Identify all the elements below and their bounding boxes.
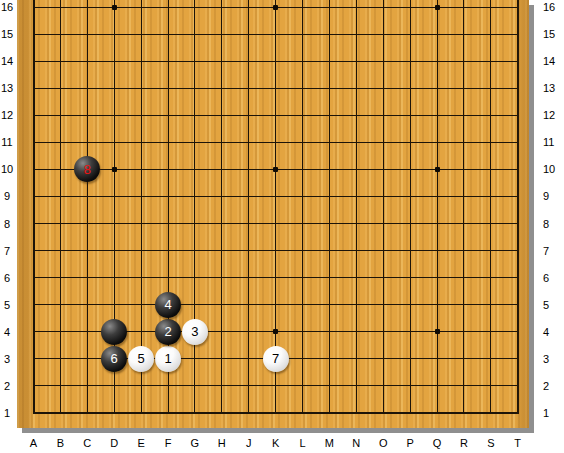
column-label-D: D <box>101 437 127 449</box>
move-5-stone-E3[interactable]: 5 <box>128 346 154 372</box>
column-label-P: P <box>397 437 423 449</box>
row-label-right-6: 6 <box>543 272 564 284</box>
column-label-K: K <box>263 437 289 449</box>
grid-line-vertical-R <box>463 0 464 414</box>
move-7-stone-K3[interactable]: 7 <box>263 346 289 372</box>
grid-line-horizontal-6 <box>33 277 519 278</box>
column-label-T: T <box>505 437 531 449</box>
column-label-J: J <box>236 437 262 449</box>
stone-number: 6 <box>111 352 118 365</box>
grid-line-vertical-Q <box>437 0 438 414</box>
column-label-L: L <box>290 437 316 449</box>
grid-line-horizontal-12 <box>33 115 519 116</box>
row-label-right-11: 11 <box>543 136 564 148</box>
move-4-stone-F5[interactable]: 4 <box>155 292 181 318</box>
grid-line-horizontal-14 <box>33 61 519 62</box>
row-label-right-5: 5 <box>543 299 564 311</box>
grid-line-horizontal-9 <box>33 196 519 197</box>
grid-line-horizontal-15 <box>33 34 519 35</box>
row-label-right-15: 15 <box>543 28 564 40</box>
row-label-right-3: 3 <box>543 353 564 365</box>
row-label-left-7: 7 <box>0 245 14 257</box>
grid-line-vertical-G <box>194 0 195 414</box>
row-label-right-16: 16 <box>543 1 564 13</box>
stone-number: 7 <box>272 352 279 365</box>
row-label-left-13: 13 <box>0 82 14 94</box>
grid-line-vertical-J <box>248 0 249 414</box>
row-label-left-3: 3 <box>0 353 14 365</box>
row-label-right-10: 10 <box>543 163 564 175</box>
grid-line-vertical-M <box>329 0 330 414</box>
column-label-S: S <box>478 437 504 449</box>
move-1-stone-F3[interactable]: 1 <box>155 346 181 372</box>
grid-line-horizontal-11 <box>33 142 519 143</box>
star-point-D16 <box>112 5 117 10</box>
grid-line-vertical-B <box>60 0 61 414</box>
grid-line-horizontal-5 <box>33 304 519 305</box>
star-point-K4 <box>273 329 278 334</box>
setup-stone-D4[interactable] <box>101 319 127 345</box>
go-board-screen: 12345678 1616151514141313121211111010998… <box>0 0 564 453</box>
move-3-stone-G4[interactable]: 3 <box>182 319 208 345</box>
row-label-right-8: 8 <box>543 218 564 230</box>
star-point-Q10 <box>435 167 440 172</box>
grid-line-horizontal-13 <box>33 88 519 89</box>
column-label-Q: Q <box>424 437 450 449</box>
star-point-K16 <box>273 5 278 10</box>
row-label-left-14: 14 <box>0 55 14 67</box>
row-label-left-12: 12 <box>0 109 14 121</box>
row-label-right-14: 14 <box>543 55 564 67</box>
column-label-F: F <box>155 437 181 449</box>
row-label-left-1: 1 <box>0 407 14 419</box>
row-label-left-8: 8 <box>0 218 14 230</box>
grid-line-vertical-S <box>490 0 491 414</box>
row-label-right-1: 1 <box>543 407 564 419</box>
row-label-left-9: 9 <box>0 190 14 202</box>
column-label-R: R <box>451 437 477 449</box>
grid-line-vertical-C <box>87 0 88 414</box>
row-label-left-5: 5 <box>0 299 14 311</box>
column-label-C: C <box>74 437 100 449</box>
row-label-right-2: 2 <box>543 380 564 392</box>
grid-line-vertical-O <box>383 0 384 414</box>
grid-line-horizontal-2 <box>33 385 519 386</box>
stone-number: 5 <box>137 352 144 365</box>
star-point-Q4 <box>435 329 440 334</box>
row-label-left-15: 15 <box>0 28 14 40</box>
row-label-left-10: 10 <box>0 163 14 175</box>
column-label-B: B <box>47 437 73 449</box>
grid-line-vertical-N <box>356 0 357 414</box>
row-label-left-2: 2 <box>0 380 14 392</box>
stone-number: 3 <box>191 325 198 338</box>
row-label-left-16: 16 <box>0 1 14 13</box>
row-label-left-11: 11 <box>0 136 14 148</box>
stone-number: 2 <box>164 325 171 338</box>
grid-line-horizontal-7 <box>33 250 519 251</box>
grid-line-vertical-T <box>517 0 519 414</box>
stone-number: 1 <box>164 352 171 365</box>
grid-line-vertical-P <box>410 0 411 414</box>
star-point-D10 <box>112 167 117 172</box>
row-label-left-6: 6 <box>0 272 14 284</box>
column-label-H: H <box>209 437 235 449</box>
grid-line-vertical-L <box>302 0 303 414</box>
column-label-N: N <box>343 437 369 449</box>
row-label-right-4: 4 <box>543 326 564 338</box>
column-label-A: A <box>21 437 47 449</box>
star-point-K10 <box>273 167 278 172</box>
row-label-right-7: 7 <box>543 245 564 257</box>
grid-line-horizontal-8 <box>33 223 519 224</box>
row-label-right-9: 9 <box>543 190 564 202</box>
column-label-M: M <box>316 437 342 449</box>
column-label-E: E <box>128 437 154 449</box>
move-2-stone-F4[interactable]: 2 <box>155 319 181 345</box>
grid-line-vertical-H <box>221 0 222 414</box>
row-label-left-4: 4 <box>0 326 14 338</box>
row-label-right-13: 13 <box>543 82 564 94</box>
grid-line-horizontal-1 <box>33 412 519 414</box>
star-point-Q16 <box>435 5 440 10</box>
stone-number: 4 <box>164 298 171 311</box>
move-6-stone-D3[interactable]: 6 <box>101 346 127 372</box>
stone-number: 8 <box>84 163 91 176</box>
grid-line-vertical-A <box>33 0 35 414</box>
row-label-right-12: 12 <box>543 109 564 121</box>
column-label-O: O <box>370 437 396 449</box>
column-label-G: G <box>182 437 208 449</box>
